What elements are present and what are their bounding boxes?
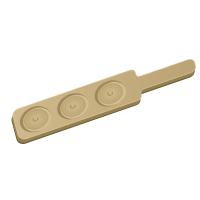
- wood-grain-texture: [0, 0, 200, 200]
- flight-paddle-illustration: Overhead product photo of an empty woode…: [0, 0, 200, 200]
- product-photo-canvas: Overhead product photo of an empty woode…: [0, 0, 200, 200]
